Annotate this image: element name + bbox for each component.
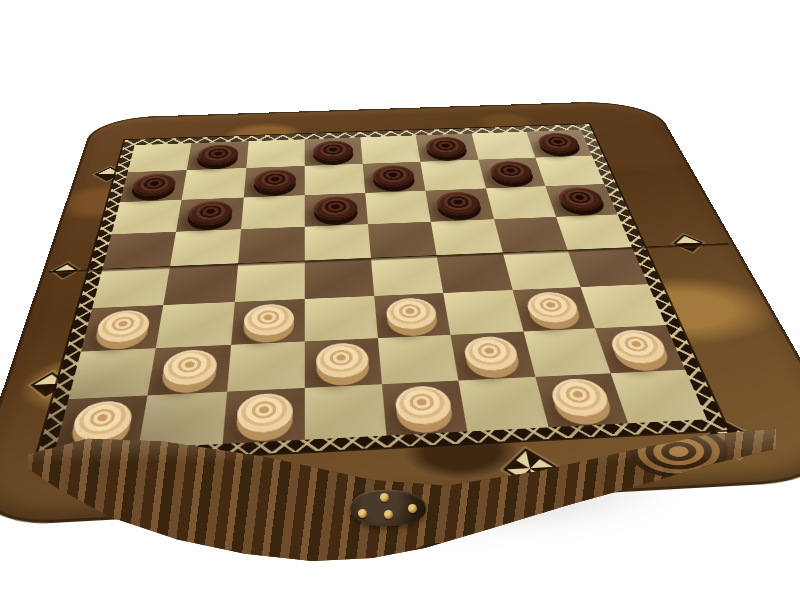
square-e1[interactable] (382, 380, 468, 435)
brass-clasp[interactable] (350, 490, 426, 526)
square-c5[interactable] (238, 227, 305, 264)
checker-light-piece[interactable] (94, 309, 152, 343)
square-a2[interactable] (69, 348, 157, 399)
square-a6[interactable] (112, 200, 182, 235)
square-c6[interactable] (241, 195, 305, 229)
checker-light-piece[interactable] (235, 393, 292, 435)
square-b2[interactable] (148, 344, 231, 395)
square-h6[interactable] (545, 184, 617, 217)
square-c8[interactable] (246, 139, 305, 168)
clasp-rivet (384, 510, 393, 519)
square-h4[interactable] (568, 248, 649, 288)
playing-field (55, 130, 707, 453)
square-h3[interactable] (580, 284, 665, 328)
square-f2[interactable] (451, 331, 535, 380)
square-c2[interactable] (227, 341, 305, 391)
square-f3[interactable] (443, 290, 522, 334)
checker-light-piece[interactable] (548, 378, 613, 418)
square-e6[interactable] (365, 190, 431, 224)
square-f5[interactable] (431, 219, 502, 256)
square-d3[interactable] (305, 296, 378, 341)
square-d1[interactable] (305, 384, 387, 440)
square-e4[interactable] (371, 256, 444, 296)
checker-dark-piece[interactable] (435, 191, 483, 216)
square-a5[interactable] (102, 232, 176, 270)
square-d2[interactable] (305, 338, 382, 388)
square-d6[interactable] (305, 193, 368, 227)
checker-dark-piece[interactable] (555, 187, 606, 212)
square-g7[interactable] (478, 158, 545, 188)
square-e5[interactable] (368, 222, 437, 259)
square-c7[interactable] (243, 166, 304, 197)
square-b4[interactable] (164, 264, 238, 305)
square-c4[interactable] (234, 261, 304, 302)
square-e8[interactable] (360, 135, 420, 163)
square-c1[interactable] (222, 388, 305, 444)
square-c3[interactable] (231, 299, 305, 344)
square-d5[interactable] (305, 224, 371, 261)
checker-light-piece[interactable] (70, 400, 135, 443)
square-a4[interactable] (92, 267, 170, 309)
checker-dark-piece[interactable] (313, 140, 353, 161)
square-e2[interactable] (378, 334, 459, 384)
square-d4[interactable] (305, 258, 375, 299)
square-a7[interactable] (120, 170, 187, 202)
checker-dark-piece[interactable] (535, 132, 581, 153)
square-g8[interactable] (471, 132, 535, 160)
square-b3[interactable] (156, 302, 234, 348)
square-f8[interactable] (416, 134, 478, 162)
square-g5[interactable] (494, 217, 568, 253)
checker-dark-piece[interactable] (425, 136, 468, 157)
square-h8[interactable] (526, 130, 592, 158)
square-b1[interactable] (139, 391, 227, 448)
square-f4[interactable] (437, 253, 512, 293)
square-h5[interactable] (556, 214, 632, 250)
checker-light-piece[interactable] (463, 336, 522, 373)
checker-light-piece[interactable] (242, 303, 293, 337)
square-f1[interactable] (459, 377, 548, 432)
square-f6[interactable] (426, 188, 494, 221)
checker-dark-piece[interactable] (488, 161, 535, 184)
checker-light-piece[interactable] (161, 349, 219, 387)
square-b7[interactable] (182, 168, 246, 199)
square-d7[interactable] (304, 164, 365, 195)
clasp-rivet (358, 509, 367, 518)
checker-dark-piece[interactable] (197, 144, 240, 166)
clasp-rivet (380, 493, 389, 502)
square-e7[interactable] (363, 162, 426, 193)
checker-light-piece[interactable] (524, 291, 582, 324)
square-b8[interactable] (187, 141, 248, 170)
square-d8[interactable] (304, 137, 362, 166)
checker-light-piece[interactable] (316, 342, 370, 379)
square-e3[interactable] (374, 293, 450, 338)
checker-dark-piece[interactable] (314, 196, 358, 221)
checker-light-piece[interactable] (394, 385, 454, 426)
square-h2[interactable] (595, 325, 686, 373)
square-b5[interactable] (170, 229, 240, 267)
checker-light-piece[interactable] (607, 329, 671, 365)
clasp-rivet (408, 504, 417, 513)
checker-dark-piece[interactable] (372, 165, 416, 188)
checker-light-piece[interactable] (385, 297, 438, 330)
checker-dark-piece[interactable] (131, 173, 178, 197)
square-a8[interactable] (128, 143, 192, 172)
checker-dark-piece[interactable] (187, 200, 234, 226)
square-b6[interactable] (176, 197, 243, 231)
square-a3[interactable] (81, 305, 164, 351)
square-h7[interactable] (535, 156, 604, 186)
square-h1[interactable] (610, 369, 707, 423)
checker-dark-piece[interactable] (253, 169, 295, 192)
square-g6[interactable] (486, 186, 556, 219)
square-f7[interactable] (421, 160, 486, 191)
